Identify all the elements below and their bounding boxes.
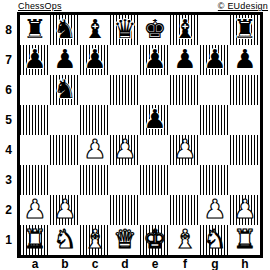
square-c3 [80, 165, 110, 195]
square-h3 [230, 165, 260, 195]
rank-labels: 87654321 [0, 12, 17, 255]
black-bishop: ♝ [170, 15, 200, 45]
white-bishop: ♝ [80, 225, 110, 255]
rank-label-1: 1 [0, 225, 17, 255]
rank-label-7: 7 [0, 45, 17, 75]
square-g2: ♟ [200, 195, 230, 225]
square-e3 [140, 165, 170, 195]
square-f2 [170, 195, 200, 225]
square-f8: ♝ [170, 15, 200, 45]
square-c4: ♟ [80, 135, 110, 165]
chess-diagram-page: ChessOps © EUdesign 87654321 ♜♞♝♛♚♝♜♟♟♟♟… [0, 0, 270, 270]
square-h8: ♜ [230, 15, 260, 45]
rank-label-4: 4 [0, 135, 17, 165]
chessops-link[interactable]: ChessOps [18, 1, 62, 11]
white-rook: ♜ [20, 225, 50, 255]
square-b8: ♞ [50, 15, 80, 45]
white-knight: ♞ [50, 225, 80, 255]
square-g6 [200, 75, 230, 105]
square-e7: ♟ [140, 45, 170, 75]
square-d2 [110, 195, 140, 225]
square-c8: ♝ [80, 15, 110, 45]
file-label-g: g [200, 258, 230, 270]
square-e5: ♟ [140, 105, 170, 135]
square-a1: ♜ [20, 225, 50, 255]
square-a4 [20, 135, 50, 165]
square-d7 [110, 45, 140, 75]
square-c7: ♟ [80, 45, 110, 75]
white-pawn: ♟ [20, 195, 50, 225]
file-label-b: b [50, 258, 80, 270]
file-label-h: h [230, 258, 260, 270]
square-g8 [200, 15, 230, 45]
rank-label-3: 3 [0, 165, 17, 195]
square-a2: ♟ [20, 195, 50, 225]
square-g1: ♞ [200, 225, 230, 255]
square-e4 [140, 135, 170, 165]
white-pawn: ♟ [200, 195, 230, 225]
white-pawn: ♟ [50, 195, 80, 225]
square-a6 [20, 75, 50, 105]
square-a7: ♟ [20, 45, 50, 75]
white-king: ♚ [140, 225, 170, 255]
white-pawn: ♟ [170, 135, 200, 165]
black-pawn: ♟ [140, 45, 170, 75]
black-pawn: ♟ [80, 45, 110, 75]
square-f5 [170, 105, 200, 135]
square-c1: ♝ [80, 225, 110, 255]
black-knight: ♞ [50, 15, 80, 45]
square-g4 [200, 135, 230, 165]
square-d8: ♛ [110, 15, 140, 45]
black-knight: ♞ [50, 75, 80, 105]
square-a3 [20, 165, 50, 195]
black-pawn: ♟ [170, 45, 200, 75]
black-pawn: ♟ [230, 45, 260, 75]
square-h4 [230, 135, 260, 165]
square-d5 [110, 105, 140, 135]
white-pawn: ♟ [230, 195, 260, 225]
square-b5 [50, 105, 80, 135]
square-a8: ♜ [20, 15, 50, 45]
rank-label-5: 5 [0, 105, 17, 135]
black-pawn: ♟ [50, 45, 80, 75]
square-b3 [50, 165, 80, 195]
square-h7: ♟ [230, 45, 260, 75]
black-pawn: ♟ [20, 45, 50, 75]
white-pawn: ♟ [80, 135, 110, 165]
file-labels: abcdefgh [20, 258, 270, 270]
square-d3 [110, 165, 140, 195]
black-pawn: ♟ [140, 105, 170, 135]
square-a5 [20, 105, 50, 135]
white-pawn: ♟ [110, 135, 140, 165]
square-h6 [230, 75, 260, 105]
square-f1: ♝ [170, 225, 200, 255]
white-knight: ♞ [200, 225, 230, 255]
square-f4: ♟ [170, 135, 200, 165]
square-b6: ♞ [50, 75, 80, 105]
black-rook: ♜ [20, 15, 50, 45]
eudesign-credit-link[interactable]: © EUdesign [218, 1, 268, 11]
square-c2 [80, 195, 110, 225]
square-f6 [170, 75, 200, 105]
square-e2 [140, 195, 170, 225]
square-b2: ♟ [50, 195, 80, 225]
square-f3 [170, 165, 200, 195]
square-c5 [80, 105, 110, 135]
square-c6 [80, 75, 110, 105]
rank-label-6: 6 [0, 75, 17, 105]
file-label-c: c [80, 258, 110, 270]
file-label-e: e [140, 258, 170, 270]
square-b7: ♟ [50, 45, 80, 75]
board: ♜♞♝♛♚♝♜♟♟♟♟♟♟♟♞♟♟♟♟♟♟♟♟♜♞♝♛♚♝♞♜ [17, 12, 263, 258]
white-rook: ♜ [230, 225, 260, 255]
black-bishop: ♝ [80, 15, 110, 45]
white-queen: ♛ [110, 225, 140, 255]
file-label-a: a [20, 258, 50, 270]
square-e8: ♚ [140, 15, 170, 45]
square-f7: ♟ [170, 45, 200, 75]
square-h1: ♜ [230, 225, 260, 255]
rank-label-2: 2 [0, 195, 17, 225]
square-e1: ♚ [140, 225, 170, 255]
square-b1: ♞ [50, 225, 80, 255]
square-e6 [140, 75, 170, 105]
square-d4: ♟ [110, 135, 140, 165]
black-pawn: ♟ [200, 45, 230, 75]
square-g3 [200, 165, 230, 195]
rank-label-8: 8 [0, 15, 17, 45]
square-d1: ♛ [110, 225, 140, 255]
square-h2: ♟ [230, 195, 260, 225]
white-bishop: ♝ [170, 225, 200, 255]
file-label-f: f [170, 258, 200, 270]
black-rook: ♜ [230, 15, 260, 45]
black-queen: ♛ [110, 15, 140, 45]
black-king: ♚ [140, 15, 170, 45]
square-b4 [50, 135, 80, 165]
square-g5 [200, 105, 230, 135]
square-h5 [230, 105, 260, 135]
board-area: 87654321 ♜♞♝♛♚♝♜♟♟♟♟♟♟♟♞♟♟♟♟♟♟♟♟♜♞♝♛♚♝♞♜ [0, 12, 270, 258]
file-label-d: d [110, 258, 140, 270]
square-g7: ♟ [200, 45, 230, 75]
square-d6 [110, 75, 140, 105]
header: ChessOps © EUdesign [0, 0, 270, 12]
